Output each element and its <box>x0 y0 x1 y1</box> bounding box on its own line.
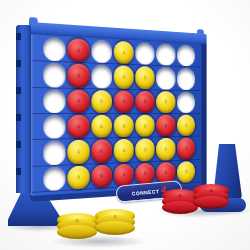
yellow-disc: 4 <box>177 161 195 183</box>
red-disc: 4 <box>68 64 90 88</box>
board-cell-r4c6[interactable]: 4 <box>156 114 176 138</box>
empty-hole <box>91 40 112 64</box>
disc-emboss: 4 <box>121 73 126 80</box>
empty-hole <box>43 63 65 87</box>
connect-four-product-photo: 4444444444444444444444444444 CONNECT 4 4… <box>0 0 250 250</box>
board-cell-r4c7[interactable]: 4 <box>176 114 196 137</box>
red-disc-stack-2[interactable]: 4 <box>193 184 229 209</box>
red-disc: 4 <box>68 115 90 139</box>
board-cell-r5c2[interactable]: 4 <box>67 139 90 165</box>
board-cell-r2c4[interactable]: 4 <box>113 64 135 89</box>
disc-emboss: 4 <box>184 122 188 129</box>
yellow-disc: 4 <box>114 139 134 162</box>
empty-hole <box>43 115 65 139</box>
yellow-disc: 4 <box>68 165 90 189</box>
board-cell-r5c5[interactable]: 4 <box>135 138 156 163</box>
disc-emboss: 4 <box>143 74 147 81</box>
disc-emboss: 4 <box>209 187 213 193</box>
yellow-disc: 4 <box>135 139 154 162</box>
board-cell-r2c6[interactable] <box>156 66 176 90</box>
yellow-disc: 4 <box>135 115 154 137</box>
disc-emboss: 4 <box>143 146 147 153</box>
board-cell-r2c7[interactable] <box>176 67 196 91</box>
disc-emboss: 4 <box>76 148 81 156</box>
board-cell-r3c7[interactable] <box>176 90 196 113</box>
yellow-disc: 4 <box>91 115 112 138</box>
empty-hole <box>156 43 175 66</box>
board-cell-r1c6[interactable] <box>156 42 176 67</box>
board-cell-r2c5[interactable]: 4 <box>135 65 156 90</box>
yellow-disc: 4 <box>68 140 90 164</box>
board: 4444444444444444444444444444 <box>30 22 207 202</box>
disc-emboss: 4 <box>178 192 182 198</box>
board-cell-r4c3[interactable]: 4 <box>90 114 113 139</box>
disc-emboss: 4 <box>121 147 126 154</box>
empty-hole <box>156 67 175 89</box>
empty-hole <box>43 37 65 62</box>
board-cell-r6c1[interactable] <box>42 165 66 192</box>
disc-emboss: 4 <box>121 98 126 105</box>
red-disc: 4 <box>91 140 112 164</box>
red-disc: 4 <box>156 115 175 137</box>
board-cell-r2c1[interactable] <box>42 62 66 89</box>
disc-emboss: 4 <box>99 172 104 180</box>
board-cell-r5c4[interactable]: 4 <box>113 138 135 163</box>
board-cell-r5c7[interactable]: 4 <box>176 137 196 161</box>
red-disc: 4 <box>177 138 195 160</box>
yellow-disc: 4 <box>156 91 175 113</box>
disc-emboss: 4 <box>184 145 188 152</box>
red-disc: 4 <box>68 38 90 62</box>
rail-notches <box>16 33 21 183</box>
board-cell-r3c1[interactable] <box>42 88 66 114</box>
left-rail <box>16 25 31 193</box>
disc-emboss: 4 <box>76 72 81 80</box>
board-cell-r5c1[interactable] <box>42 140 66 167</box>
board-cell-r3c2[interactable]: 4 <box>67 88 90 114</box>
board-frame: 4444444444444444444444444444 <box>30 22 207 202</box>
board-cell-r3c3[interactable]: 4 <box>90 89 113 114</box>
board-cell-r6c2[interactable]: 4 <box>67 164 90 191</box>
disc-emboss: 4 <box>76 97 81 105</box>
board-grid: 4444444444444444444444444444 <box>42 36 195 193</box>
red-disc: 4 <box>135 91 154 113</box>
disc-emboss: 4 <box>99 123 104 131</box>
yellow-disc: 4 <box>114 66 134 89</box>
yellow-disc: 4 <box>114 41 134 64</box>
empty-hole <box>43 166 65 191</box>
disc-emboss: 4 <box>164 146 168 153</box>
disc-emboss: 4 <box>76 47 81 55</box>
board-cell-r6c3[interactable]: 4 <box>90 163 113 189</box>
board-cell-r5c6[interactable]: 4 <box>156 137 176 161</box>
disc-emboss: 4 <box>75 217 79 223</box>
red-tray-disc <box>193 196 229 209</box>
red-disc: 4 <box>114 163 134 187</box>
disc-emboss: 4 <box>99 98 104 106</box>
disc-emboss: 4 <box>164 122 168 129</box>
board-cell-r1c7[interactable] <box>176 43 196 67</box>
disc-emboss: 4 <box>164 98 168 105</box>
board-cell-r4c2[interactable]: 4 <box>67 114 90 140</box>
disc-emboss: 4 <box>143 122 147 129</box>
yellow-tray-disc <box>95 221 135 235</box>
empty-hole <box>135 42 154 65</box>
empty-hole <box>177 68 195 90</box>
empty-hole <box>91 65 112 88</box>
board-cell-r4c1[interactable] <box>42 114 66 140</box>
disc-emboss: 4 <box>164 169 168 176</box>
disc-emboss: 4 <box>76 123 81 131</box>
red-disc: 4 <box>114 90 134 113</box>
board-cell-r2c2[interactable]: 4 <box>67 63 90 89</box>
yellow-disc: 4 <box>135 66 154 89</box>
board-cell-r3c4[interactable]: 4 <box>113 89 135 114</box>
board-cell-r2c3[interactable] <box>90 64 113 90</box>
board-cell-r1c5[interactable] <box>135 41 156 66</box>
board-cell-r1c3[interactable] <box>90 38 113 64</box>
disc-emboss: 4 <box>121 171 126 178</box>
empty-hole <box>43 141 65 165</box>
disc-emboss: 4 <box>121 49 126 56</box>
disc-emboss: 4 <box>76 173 81 181</box>
board-cell-r3c5[interactable]: 4 <box>135 90 156 114</box>
disc-emboss: 4 <box>113 213 117 219</box>
board-cell-r5c3[interactable]: 4 <box>90 139 113 165</box>
board-cell-r1c2[interactable]: 4 <box>67 37 90 63</box>
disc-emboss: 4 <box>121 122 126 129</box>
yellow-disc: 4 <box>91 90 112 113</box>
red-disc: 4 <box>91 164 112 188</box>
yellow-disc: 4 <box>156 138 175 160</box>
empty-hole <box>177 44 195 66</box>
logo-brand-text: CONNECT <box>132 188 160 196</box>
board-cell-r6c7[interactable]: 4 <box>176 160 196 184</box>
board-cell-r3c6[interactable]: 4 <box>156 90 176 114</box>
empty-hole <box>43 89 65 113</box>
disc-emboss: 4 <box>184 168 188 175</box>
disc-emboss: 4 <box>99 147 104 155</box>
yellow-disc-stack-1[interactable]: 4 <box>57 213 97 239</box>
board-cell-r1c1[interactable] <box>42 36 66 63</box>
disc-emboss: 4 <box>143 170 147 177</box>
yellow-disc-stack-2[interactable]: 4 <box>95 209 135 235</box>
board-cell-r1c4[interactable]: 4 <box>113 40 135 66</box>
empty-hole <box>177 91 195 113</box>
yellow-tray-disc <box>57 225 97 239</box>
yellow-disc: 4 <box>177 115 195 137</box>
red-disc: 4 <box>68 89 90 112</box>
board-cell-r4c4[interactable]: 4 <box>113 114 135 139</box>
board-cell-r4c5[interactable]: 4 <box>135 114 156 138</box>
yellow-disc: 4 <box>114 115 134 138</box>
disc-emboss: 4 <box>143 98 147 105</box>
